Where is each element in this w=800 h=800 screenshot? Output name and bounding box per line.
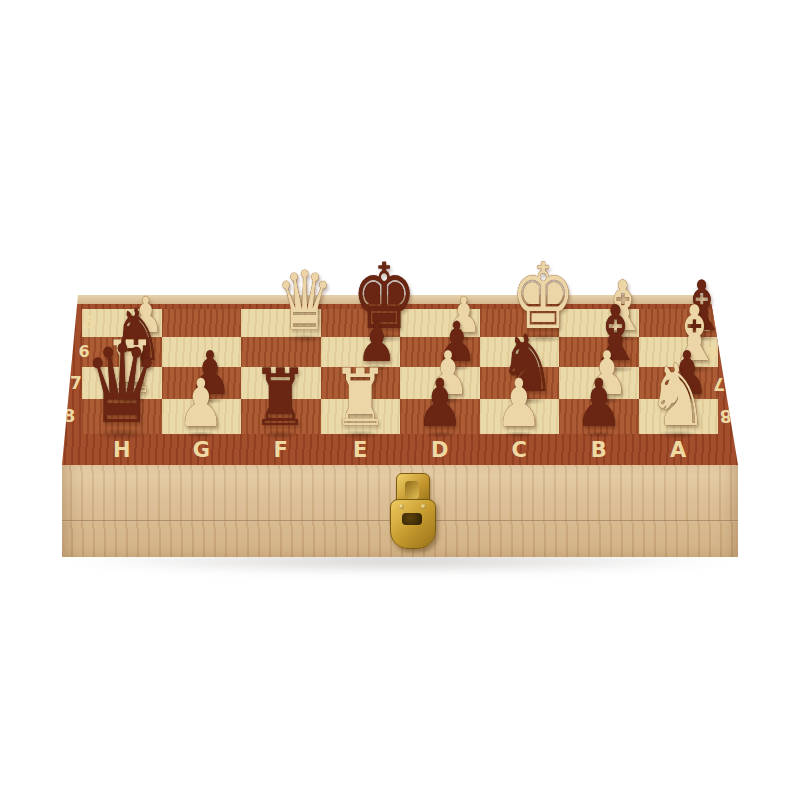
- product-photo-scene: 56785678HGFEDCBA ♟♞♜♛♟♟♛♜♚♟♜♟♟♟♟♚♞♟♝♝♟♟♝…: [0, 0, 800, 800]
- latch-screw: [421, 504, 426, 509]
- piece-dark-rook-f8[interactable]: ♜: [239, 359, 321, 438]
- brass-latch-icon: [385, 473, 439, 551]
- piece-light-rook-e8[interactable]: ♜: [319, 359, 401, 438]
- piece-light-queen-f5[interactable]: ♛: [263, 261, 347, 342]
- piece-light-pawn-c8[interactable]: ♟: [485, 371, 554, 437]
- piece-dark-pawn-b8[interactable]: ♟: [565, 371, 634, 437]
- file-label-d: D: [431, 440, 448, 461]
- piece-light-knight-a8[interactable]: ♞: [633, 352, 722, 438]
- latch-screw: [399, 504, 404, 509]
- piece-light-pawn-g8[interactable]: ♟: [167, 371, 236, 437]
- latch-slot: [402, 513, 422, 525]
- piece-dark-pawn-d8[interactable]: ♟: [406, 371, 475, 437]
- file-label-g: G: [193, 440, 210, 461]
- piece-dark-queen-h8[interactable]: ♛: [66, 331, 178, 439]
- file-label-b: B: [591, 440, 607, 461]
- file-label-c: C: [512, 440, 527, 461]
